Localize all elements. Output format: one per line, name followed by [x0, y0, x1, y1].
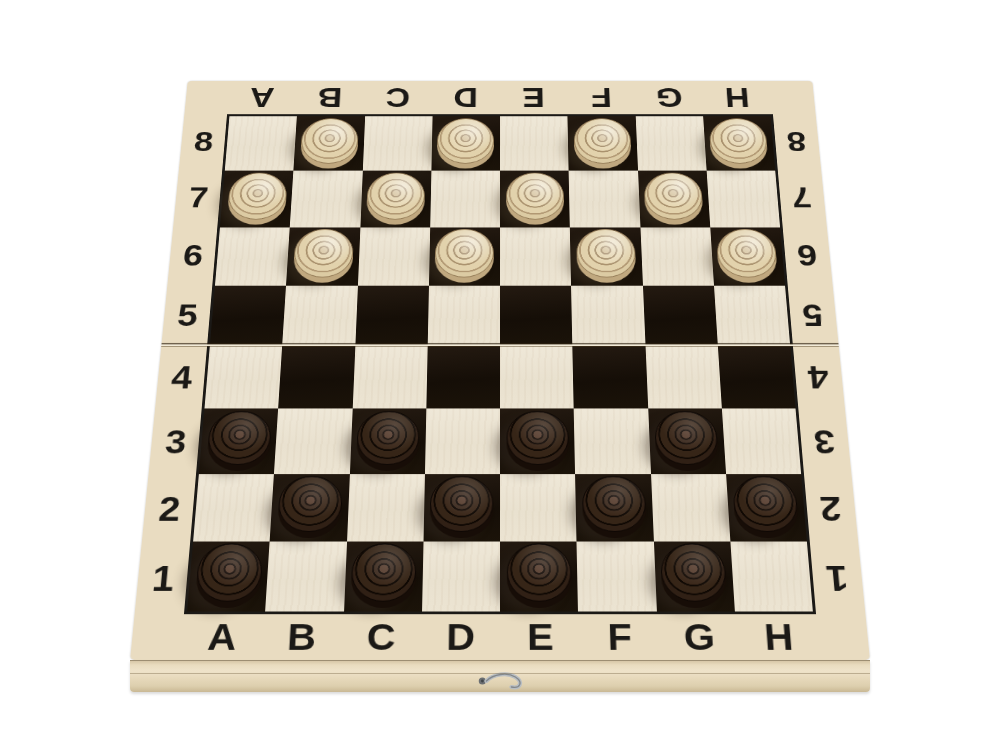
square-f5[interactable]	[571, 285, 645, 345]
square-f4[interactable]	[573, 346, 648, 409]
square-h6[interactable]	[710, 227, 785, 285]
square-a2[interactable]	[193, 474, 274, 542]
rank-label-5: 5	[788, 285, 839, 346]
file-label-h: H	[703, 81, 773, 114]
square-h8[interactable]	[703, 116, 775, 170]
file-label-h: H	[737, 614, 820, 660]
light-piece-f8[interactable]	[573, 118, 631, 163]
square-b4[interactable]	[278, 346, 355, 409]
square-f2[interactable]	[575, 474, 653, 542]
file-labels-bottom: ABCDEFGH	[180, 614, 820, 660]
square-e1[interactable]	[500, 541, 578, 611]
file-label-c: C	[364, 81, 433, 114]
file-labels-top: ABCDEFGH	[227, 81, 773, 114]
square-a7[interactable]	[220, 171, 294, 227]
square-d2[interactable]	[423, 474, 500, 542]
rank-label-1: 1	[810, 543, 865, 614]
square-d3[interactable]	[425, 409, 500, 474]
file-label-f: F	[579, 614, 660, 660]
light-piece-b6[interactable]	[293, 229, 354, 278]
square-h3[interactable]	[722, 409, 801, 474]
square-e6[interactable]	[500, 227, 571, 285]
square-a5[interactable]	[210, 285, 286, 345]
square-e3[interactable]	[500, 409, 575, 474]
box-front-edge	[130, 660, 870, 692]
dark-piece-g3[interactable]	[654, 411, 719, 465]
light-piece-c7[interactable]	[366, 173, 425, 220]
square-h7[interactable]	[706, 171, 780, 227]
dark-piece-e1[interactable]	[506, 544, 571, 602]
file-label-a: A	[180, 614, 263, 660]
square-b2[interactable]	[270, 474, 350, 542]
square-e5[interactable]	[500, 285, 573, 345]
square-h4[interactable]	[718, 346, 796, 409]
square-b5[interactable]	[282, 285, 357, 345]
file-label-e: E	[500, 614, 580, 660]
square-c7[interactable]	[360, 171, 431, 227]
file-label-b: B	[295, 81, 365, 114]
rank-label-3: 3	[148, 409, 201, 475]
clasp-hook-icon	[475, 671, 531, 697]
square-f6[interactable]	[570, 227, 643, 285]
rank-label-3: 3	[798, 409, 851, 475]
file-label-b: B	[260, 614, 342, 660]
rank-label-7: 7	[778, 169, 827, 226]
square-e4[interactable]	[500, 346, 574, 409]
square-c6[interactable]	[357, 227, 430, 285]
light-piece-b8[interactable]	[300, 118, 359, 163]
light-piece-a7[interactable]	[226, 173, 287, 220]
square-c8[interactable]	[362, 116, 432, 170]
file-label-f: F	[568, 81, 637, 114]
dark-piece-h2[interactable]	[732, 476, 799, 532]
rank-label-8: 8	[179, 114, 227, 169]
square-h5[interactable]	[714, 285, 790, 345]
square-d4[interactable]	[426, 346, 500, 409]
dark-piece-c3[interactable]	[356, 411, 420, 465]
square-b3[interactable]	[274, 409, 352, 474]
square-b8[interactable]	[294, 116, 365, 170]
dark-piece-g1[interactable]	[660, 544, 728, 602]
rank-label-5: 5	[161, 285, 212, 346]
light-piece-f6[interactable]	[576, 229, 636, 278]
dark-piece-a1[interactable]	[194, 544, 263, 602]
square-b1[interactable]	[265, 541, 346, 611]
rank-label-2: 2	[804, 475, 858, 543]
light-piece-g7[interactable]	[643, 173, 703, 220]
square-g6[interactable]	[640, 227, 714, 285]
square-d7[interactable]	[430, 171, 500, 227]
square-b7[interactable]	[290, 171, 362, 227]
rank-label-4: 4	[793, 346, 845, 409]
square-c3[interactable]	[349, 409, 426, 474]
square-d5[interactable]	[427, 285, 500, 345]
file-label-d: D	[432, 81, 500, 114]
rank-label-7: 7	[173, 169, 222, 226]
square-h1[interactable]	[730, 541, 813, 611]
rank-label-8: 8	[773, 114, 821, 169]
square-g3[interactable]	[648, 409, 726, 474]
rank-label-1: 1	[135, 543, 190, 614]
file-label-d: D	[420, 614, 500, 660]
square-c4[interactable]	[352, 346, 427, 409]
rank-label-2: 2	[142, 475, 196, 543]
file-label-g: G	[658, 614, 740, 660]
checkers-board: ABCDEFGH ABCDEFGH 87654321 87654321	[130, 81, 870, 660]
square-f3[interactable]	[574, 409, 651, 474]
file-label-e: E	[500, 81, 568, 114]
square-c1[interactable]	[344, 541, 424, 611]
light-piece-d6[interactable]	[435, 229, 494, 278]
square-g2[interactable]	[651, 474, 731, 542]
square-f1[interactable]	[577, 541, 657, 611]
file-label-c: C	[340, 614, 421, 660]
square-e8[interactable]	[500, 116, 569, 170]
dark-piece-f2[interactable]	[582, 476, 647, 532]
light-piece-e7[interactable]	[506, 173, 564, 220]
square-c2[interactable]	[347, 474, 425, 542]
square-a8[interactable]	[225, 116, 297, 170]
photo-background: ABCDEFGH ABCDEFGH 87654321 87654321	[0, 0, 1000, 750]
square-g7[interactable]	[638, 171, 710, 227]
square-a1[interactable]	[187, 541, 270, 611]
file-label-a: A	[227, 81, 297, 114]
rank-label-6: 6	[783, 226, 833, 285]
square-h2[interactable]	[726, 474, 807, 542]
dark-piece-d2[interactable]	[430, 476, 494, 532]
dark-piece-a3[interactable]	[206, 411, 272, 465]
dark-piece-e3[interactable]	[506, 411, 569, 465]
square-e2[interactable]	[500, 474, 577, 542]
square-d6[interactable]	[429, 227, 500, 285]
square-c5[interactable]	[355, 285, 429, 345]
square-d8[interactable]	[431, 116, 500, 170]
square-g1[interactable]	[653, 541, 734, 611]
square-b6[interactable]	[286, 227, 360, 285]
square-g5[interactable]	[643, 285, 718, 345]
square-f7[interactable]	[569, 171, 640, 227]
playing-field	[184, 114, 816, 614]
light-piece-d8[interactable]	[437, 118, 494, 163]
square-a3[interactable]	[199, 409, 278, 474]
file-label-g: G	[635, 81, 705, 114]
square-d1[interactable]	[422, 541, 500, 611]
light-piece-h8[interactable]	[709, 118, 769, 163]
square-g4[interactable]	[645, 346, 722, 409]
square-f8[interactable]	[568, 116, 638, 170]
fold-seam	[161, 343, 839, 348]
square-e7[interactable]	[500, 171, 570, 227]
square-a4[interactable]	[204, 346, 282, 409]
square-g8[interactable]	[635, 116, 706, 170]
light-piece-h6[interactable]	[716, 229, 778, 278]
dark-piece-b2[interactable]	[277, 476, 343, 532]
dark-piece-c1[interactable]	[351, 544, 417, 602]
square-a6[interactable]	[215, 227, 290, 285]
rank-label-6: 6	[167, 226, 217, 285]
rank-label-4: 4	[155, 346, 207, 409]
